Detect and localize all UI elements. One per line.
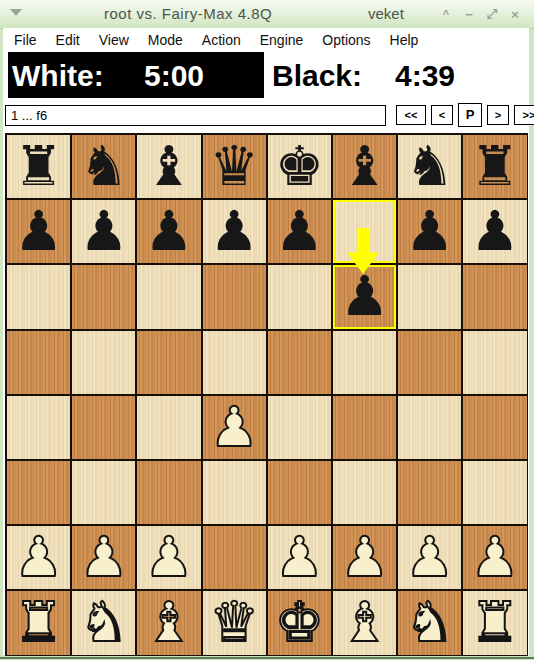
- square-f7[interactable]: [333, 200, 396, 263]
- window-title: root vs. Fairy-Max 4.8Q: [104, 5, 272, 22]
- square-e3[interactable]: [268, 461, 331, 524]
- menu-item-engine[interactable]: Engine: [260, 32, 304, 48]
- square-g4[interactable]: [398, 396, 461, 459]
- piece-black-pawn[interactable]: ♟: [210, 204, 259, 259]
- piece-white-queen[interactable]: ♛: [210, 595, 259, 650]
- control-row: <<<P>>>: [3, 98, 529, 133]
- square-f2[interactable]: ♟: [333, 526, 396, 589]
- square-f4[interactable]: [333, 396, 396, 459]
- square-h5[interactable]: [463, 331, 526, 394]
- white-clock-active: White: 5:00: [8, 52, 264, 98]
- menu-item-help[interactable]: Help: [390, 32, 419, 48]
- square-b3[interactable]: [72, 461, 135, 524]
- square-g8[interactable]: ♞: [398, 135, 461, 198]
- piece-black-pawn[interactable]: ♟: [405, 204, 454, 259]
- piece-black-pawn[interactable]: ♟: [275, 204, 324, 259]
- nav-start-button[interactable]: <<: [396, 105, 426, 125]
- maximize-icon[interactable]: ⤢: [485, 6, 499, 22]
- square-a8[interactable]: ♜: [7, 135, 70, 198]
- square-b8[interactable]: ♞: [72, 135, 135, 198]
- nav-pause-button[interactable]: P: [458, 103, 482, 127]
- piece-black-rook[interactable]: ♜: [470, 139, 519, 194]
- white-clock-time: 5:00: [144, 59, 204, 93]
- nav-buttons: <<<P>>>: [396, 105, 534, 127]
- menu-item-mode[interactable]: Mode: [148, 32, 183, 48]
- close-icon[interactable]: ×: [508, 7, 522, 22]
- piece-white-pawn[interactable]: ♟: [144, 530, 193, 585]
- piece-black-pawn[interactable]: ♟: [340, 269, 389, 324]
- square-c7[interactable]: ♟: [137, 200, 200, 263]
- square-h7[interactable]: ♟: [463, 200, 526, 263]
- piece-white-pawn[interactable]: ♟: [470, 530, 519, 585]
- square-g3[interactable]: [398, 461, 461, 524]
- square-f3[interactable]: [333, 461, 396, 524]
- square-b4[interactable]: [72, 396, 135, 459]
- nav-end-button[interactable]: >>: [514, 105, 534, 125]
- square-c4[interactable]: [137, 396, 200, 459]
- square-g2[interactable]: ♟: [398, 526, 461, 589]
- minimize-icon[interactable]: −: [462, 7, 476, 22]
- square-a2[interactable]: ♟: [7, 526, 70, 589]
- piece-white-knight[interactable]: ♞: [79, 595, 128, 650]
- square-d8[interactable]: ♛: [203, 135, 266, 198]
- square-e1[interactable]: ♚: [268, 591, 331, 654]
- square-h6[interactable]: [463, 265, 526, 328]
- square-b1[interactable]: ♞: [72, 591, 135, 654]
- menu-item-view[interactable]: View: [99, 32, 129, 48]
- menu-item-action[interactable]: Action: [202, 32, 241, 48]
- square-e7[interactable]: ♟: [268, 200, 331, 263]
- piece-black-bishop[interactable]: ♝: [340, 139, 389, 194]
- main-content: FileEditViewModeActionEngineOptionsHelp …: [3, 28, 529, 655]
- move-text-field[interactable]: [5, 105, 386, 126]
- piece-black-pawn[interactable]: ♟: [14, 204, 63, 259]
- square-b2[interactable]: ♟: [72, 526, 135, 589]
- piece-white-pawn[interactable]: ♟: [405, 530, 454, 585]
- black-clock-time: 4:39: [395, 59, 455, 93]
- nav-back-button[interactable]: <: [431, 105, 453, 125]
- piece-white-knight[interactable]: ♞: [405, 595, 454, 650]
- piece-black-pawn[interactable]: ♟: [79, 204, 128, 259]
- piece-white-pawn[interactable]: ♟: [275, 530, 324, 585]
- piece-black-queen[interactable]: ♛: [210, 139, 259, 194]
- square-d6[interactable]: [203, 265, 266, 328]
- piece-black-bishop[interactable]: ♝: [144, 139, 193, 194]
- menu-item-edit[interactable]: Edit: [56, 32, 80, 48]
- square-h2[interactable]: ♟: [463, 526, 526, 589]
- square-d7[interactable]: ♟: [203, 200, 266, 263]
- square-c2[interactable]: ♟: [137, 526, 200, 589]
- square-f6[interactable]: ♟: [333, 265, 396, 328]
- square-d3[interactable]: [203, 461, 266, 524]
- piece-black-pawn[interactable]: ♟: [470, 204, 519, 259]
- clock-row: Black: 4:39 White: 5:00: [3, 52, 529, 98]
- square-d1[interactable]: ♛: [203, 591, 266, 654]
- square-c5[interactable]: [137, 331, 200, 394]
- square-e8[interactable]: ♚: [268, 135, 331, 198]
- piece-white-pawn[interactable]: ♟: [79, 530, 128, 585]
- square-h4[interactable]: [463, 396, 526, 459]
- square-e6[interactable]: [268, 265, 331, 328]
- piece-white-pawn[interactable]: ♟: [14, 530, 63, 585]
- piece-white-bishop[interactable]: ♝: [144, 595, 193, 650]
- square-f5[interactable]: [333, 331, 396, 394]
- square-g1[interactable]: ♞: [398, 591, 461, 654]
- square-a7[interactable]: ♟: [7, 200, 70, 263]
- square-e4[interactable]: [268, 396, 331, 459]
- square-a3[interactable]: [7, 461, 70, 524]
- window-bottom-edge: [0, 657, 534, 659]
- square-c8[interactable]: ♝: [137, 135, 200, 198]
- workspace-label: veket: [368, 5, 404, 22]
- menu-item-options[interactable]: Options: [322, 32, 370, 48]
- square-c1[interactable]: ♝: [137, 591, 200, 654]
- square-f8[interactable]: ♝: [333, 135, 396, 198]
- chess-board: ♜♞♝♛♚♝♞♜♟♟♟♟♟♟♟♟♟♟♟♟♟♟♟♟♜♞♝♛♚♝♞♜: [5, 133, 528, 656]
- piece-black-knight[interactable]: ♞: [405, 139, 454, 194]
- square-h1[interactable]: ♜: [463, 591, 526, 654]
- piece-black-knight[interactable]: ♞: [79, 139, 128, 194]
- window-menu-icon[interactable]: [10, 9, 22, 16]
- menu-bar: FileEditViewModeActionEngineOptionsHelp: [3, 28, 529, 52]
- square-d2[interactable]: [203, 526, 266, 589]
- square-e5[interactable]: [268, 331, 331, 394]
- piece-white-rook[interactable]: ♜: [470, 595, 519, 650]
- piece-white-pawn[interactable]: ♟: [340, 530, 389, 585]
- square-b6[interactable]: [72, 265, 135, 328]
- piece-white-bishop[interactable]: ♝: [340, 595, 389, 650]
- square-h3[interactable]: [463, 461, 526, 524]
- piece-white-king[interactable]: ♚: [275, 595, 324, 650]
- square-e2[interactable]: ♟: [268, 526, 331, 589]
- piece-white-pawn[interactable]: ♟: [210, 400, 259, 455]
- square-g7[interactable]: ♟: [398, 200, 461, 263]
- square-c6[interactable]: [137, 265, 200, 328]
- square-g5[interactable]: [398, 331, 461, 394]
- square-d4[interactable]: ♟: [203, 396, 266, 459]
- piece-black-rook[interactable]: ♜: [14, 139, 63, 194]
- square-h8[interactable]: ♜: [463, 135, 526, 198]
- black-clock-label: Black:: [272, 59, 362, 93]
- square-a5[interactable]: [7, 331, 70, 394]
- square-b5[interactable]: [72, 331, 135, 394]
- square-a6[interactable]: [7, 265, 70, 328]
- piece-white-rook[interactable]: ♜: [14, 595, 63, 650]
- square-a4[interactable]: [7, 396, 70, 459]
- shade-icon[interactable]: ^: [439, 8, 453, 20]
- square-d5[interactable]: [203, 331, 266, 394]
- white-clock-label: White:: [12, 59, 104, 93]
- square-b7[interactable]: ♟: [72, 200, 135, 263]
- piece-black-king[interactable]: ♚: [275, 139, 324, 194]
- square-a1[interactable]: ♜: [7, 591, 70, 654]
- piece-black-pawn[interactable]: ♟: [144, 204, 193, 259]
- square-g6[interactable]: [398, 265, 461, 328]
- title-bar[interactable]: root vs. Fairy-Max 4.8Q veket ^ − ⤢ ×: [0, 0, 534, 29]
- square-c3[interactable]: [137, 461, 200, 524]
- nav-forward-button[interactable]: >: [487, 105, 509, 125]
- square-f1[interactable]: ♝: [333, 591, 396, 654]
- menu-item-file[interactable]: File: [14, 32, 37, 48]
